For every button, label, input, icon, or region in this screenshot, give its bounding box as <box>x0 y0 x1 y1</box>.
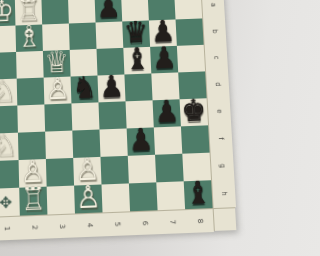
square-c6[interactable]: ♝ <box>123 47 151 75</box>
square-d3[interactable]: ♙ <box>44 77 72 105</box>
square-g1[interactable] <box>0 160 19 189</box>
square-e5[interactable] <box>98 101 126 129</box>
square-f1[interactable]: ♘ <box>0 133 19 161</box>
rank-label-3: 3 <box>50 212 73 241</box>
square-a4[interactable] <box>68 0 96 23</box>
square-f3[interactable] <box>45 131 73 159</box>
file-label-g: g <box>208 154 237 178</box>
file-label-b: b <box>201 20 229 42</box>
square-h4[interactable]: ♙ <box>74 184 102 213</box>
square-e2[interactable] <box>17 104 45 132</box>
square-h2[interactable]: ♖ <box>19 187 47 216</box>
square-b4[interactable] <box>69 22 97 49</box>
square-f7[interactable] <box>154 126 183 154</box>
square-d4[interactable]: ♞ <box>71 76 99 104</box>
piece-bP-c7[interactable]: ♟ <box>151 42 176 73</box>
chess-board: ♔♖♟♗♛♟♕♝♟♘♙♞♟♟♚♘♟♙♙✥♖♙♝ abcdefgh 1234567… <box>0 0 236 240</box>
file-label-f: f <box>207 127 235 150</box>
square-a5[interactable]: ♟ <box>95 0 123 22</box>
rank-label-6: 6 <box>133 209 157 238</box>
file-label-e: e <box>205 100 233 123</box>
piece-wB-b2[interactable]: ♗ <box>17 21 42 51</box>
square-d5[interactable]: ♟ <box>97 74 125 102</box>
square-a3[interactable] <box>41 0 68 25</box>
piece-wK-a1[interactable]: ♔ <box>0 0 14 26</box>
square-f6[interactable]: ♟ <box>127 127 155 155</box>
square-c2[interactable] <box>16 51 44 79</box>
square-e7[interactable]: ♟ <box>153 99 181 127</box>
square-b1[interactable] <box>0 26 16 53</box>
rank-label-5: 5 <box>105 210 129 239</box>
piece-bK-e8[interactable]: ♚ <box>181 95 207 126</box>
square-e8[interactable]: ♚ <box>180 98 208 126</box>
square-d2[interactable] <box>17 78 45 106</box>
square-d1[interactable]: ♘ <box>0 79 17 107</box>
square-f5[interactable] <box>99 128 127 156</box>
rank-label-7: 7 <box>160 208 184 237</box>
piece-wN-d1[interactable]: ♘ <box>0 75 16 106</box>
file-label-h: h <box>210 182 239 206</box>
piece-wP-d3[interactable]: ♙ <box>45 73 70 104</box>
piece-wP-h4[interactable]: ♙ <box>75 181 101 213</box>
square-g7[interactable] <box>155 154 184 183</box>
square-a1[interactable]: ♔ <box>0 0 15 27</box>
square-a8[interactable] <box>174 0 202 19</box>
square-d6[interactable] <box>124 73 152 101</box>
square-h5[interactable] <box>101 183 130 212</box>
piece-bP-a5[interactable]: ♟ <box>96 0 121 22</box>
square-h3[interactable] <box>47 186 75 215</box>
piece-bN-d4[interactable]: ♞ <box>72 72 97 103</box>
piece-bP-e7[interactable]: ♟ <box>154 96 180 127</box>
square-b2[interactable]: ♗ <box>15 25 42 52</box>
square-h6[interactable] <box>129 182 158 211</box>
piece-bP-f6[interactable]: ♟ <box>128 124 154 156</box>
file-label-c: c <box>202 46 230 69</box>
piece-bP-d5[interactable]: ♟ <box>99 71 124 102</box>
square-g5[interactable] <box>100 156 128 185</box>
square-f8[interactable] <box>181 125 210 153</box>
chess-photo-scene: ♔♖♟♗♛♟♕♝♟♘♙♞♟♟♚♘♟♙♙✥♖♙♝ abcdefgh 1234567… <box>0 0 256 256</box>
board-border-corner <box>213 207 237 231</box>
square-c8[interactable] <box>177 45 205 73</box>
square-b8[interactable] <box>176 18 204 45</box>
piece-wN-f1[interactable]: ♘ <box>0 129 17 161</box>
square-b5[interactable] <box>96 21 124 48</box>
chess-board-grid: ♔♖♟♗♛♟♕♝♟♘♙♞♟♟♚♘♟♙♙✥♖♙♝ <box>0 0 213 217</box>
square-e4[interactable] <box>71 102 99 130</box>
piece-bB-c6[interactable]: ♝ <box>125 43 150 74</box>
piece-wR-h2[interactable]: ♖ <box>21 183 46 215</box>
file-label-d: d <box>204 73 232 96</box>
square-h8[interactable]: ♝ <box>184 180 213 209</box>
square-h7[interactable] <box>156 181 185 210</box>
square-g3[interactable] <box>46 158 74 187</box>
square-g6[interactable] <box>128 155 157 184</box>
square-c7[interactable]: ♟ <box>150 46 178 74</box>
file-label-a: a <box>199 0 227 16</box>
square-e3[interactable] <box>44 103 72 131</box>
square-h1[interactable]: ✥ <box>0 188 20 217</box>
board-corner-logo-icon: ✥ <box>0 193 12 212</box>
piece-bB-h8[interactable]: ♝ <box>185 176 211 208</box>
rank-label-1: 1 <box>0 214 18 243</box>
